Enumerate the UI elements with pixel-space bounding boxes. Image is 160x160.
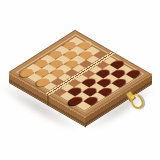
brass-clasp-icon <box>126 90 146 112</box>
checkers-box-photo: ●●●●●●●●●●●●●●●●●●●●●●●● <box>0 0 160 160</box>
clasp-ring <box>128 92 146 111</box>
